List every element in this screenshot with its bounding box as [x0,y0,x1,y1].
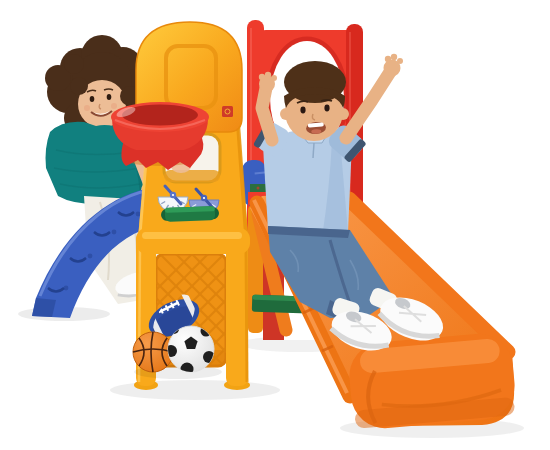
roller-bar [161,206,219,222]
goal-top-bar [136,228,250,254]
playset-product-photo [0,0,550,450]
brand-logo-chip [222,106,233,117]
boy-left-arm [262,88,272,140]
basketball-rim-basket [111,102,209,170]
scene-canvas [0,0,550,450]
toy-basketball [133,332,173,372]
